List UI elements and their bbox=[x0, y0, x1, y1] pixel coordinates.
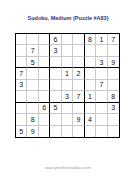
cell-r3c3-empty[interactable] bbox=[39, 57, 50, 68]
cell-r3c1-empty[interactable] bbox=[16, 57, 27, 68]
cell-r7c9-given: 3 bbox=[108, 103, 119, 114]
cell-r5c4-empty[interactable] bbox=[50, 80, 61, 91]
cell-r4c8-empty[interactable] bbox=[96, 68, 107, 79]
cell-r5c3-empty[interactable] bbox=[39, 80, 50, 91]
cell-r9c6-empty[interactable] bbox=[73, 126, 84, 137]
cell-r1c4-given: 6 bbox=[50, 34, 61, 45]
cell-r3c7-empty[interactable] bbox=[85, 57, 96, 68]
cell-r1c6-empty[interactable] bbox=[73, 34, 84, 45]
cell-r7c6-empty[interactable] bbox=[73, 103, 84, 114]
cell-r5c1-given: 3 bbox=[16, 80, 27, 91]
cell-r9c8-empty[interactable] bbox=[96, 126, 107, 137]
cell-r1c5-empty[interactable] bbox=[62, 34, 73, 45]
cell-r1c3-empty[interactable] bbox=[39, 34, 50, 45]
cell-r1c2-empty[interactable] bbox=[27, 34, 38, 45]
cell-r4c2-empty[interactable] bbox=[27, 68, 38, 79]
cell-r6c3-empty[interactable] bbox=[39, 91, 50, 102]
cell-r6c2-empty[interactable] bbox=[27, 91, 38, 102]
cell-r5c8-given: 7 bbox=[96, 80, 107, 91]
cell-r9c2-given: 9 bbox=[27, 126, 38, 137]
cell-r1c9-given: 7 bbox=[108, 34, 119, 45]
cell-r6c7-given: 1 bbox=[85, 91, 96, 102]
cell-r6c5-given: 3 bbox=[62, 91, 73, 102]
cell-r4c5-given: 1 bbox=[62, 68, 73, 79]
cell-r9c4-empty[interactable] bbox=[50, 126, 61, 137]
cell-r1c8-given: 1 bbox=[96, 34, 107, 45]
cell-r2c7-empty[interactable] bbox=[85, 45, 96, 56]
cell-r7c1-empty[interactable] bbox=[16, 103, 27, 114]
cell-r3c4-empty[interactable] bbox=[50, 57, 61, 68]
cell-r7c7-empty[interactable] bbox=[85, 103, 96, 114]
puzzle-title: Sudoku, Medium (Puzzle #A83) bbox=[0, 14, 136, 22]
cell-r3c6-empty[interactable] bbox=[73, 57, 84, 68]
cell-r8c6-given: 9 bbox=[73, 114, 84, 125]
cell-r7c4-given: 5 bbox=[50, 103, 61, 114]
cell-r7c3-given: 6 bbox=[39, 103, 50, 114]
cell-r4c3-empty[interactable] bbox=[39, 68, 50, 79]
cell-r2c2-given: 7 bbox=[27, 45, 38, 56]
cell-r4c1-given: 7 bbox=[16, 68, 27, 79]
cell-r4c7-empty[interactable] bbox=[85, 68, 96, 79]
cell-r2c5-empty[interactable] bbox=[62, 45, 73, 56]
cell-r2c9-empty[interactable] bbox=[108, 45, 119, 56]
cell-r4c9-empty[interactable] bbox=[108, 68, 119, 79]
cell-r8c2-given: 8 bbox=[27, 114, 38, 125]
cell-r8c7-given: 4 bbox=[85, 114, 96, 125]
cell-r7c5-empty[interactable] bbox=[62, 103, 73, 114]
cell-r6c1-empty[interactable] bbox=[16, 91, 27, 102]
cell-r2c4-given: 3 bbox=[50, 45, 61, 56]
cell-r5c7-empty[interactable] bbox=[85, 80, 96, 91]
sudoku-sheet: Sudoku, Medium (Puzzle #A83) 68177353971… bbox=[0, 0, 136, 176]
cell-r8c1-empty[interactable] bbox=[16, 114, 27, 125]
cell-r8c5-empty[interactable] bbox=[62, 114, 73, 125]
cell-r5c5-empty[interactable] bbox=[62, 80, 73, 91]
cell-r3c8-given: 3 bbox=[96, 57, 107, 68]
cell-r2c8-empty[interactable] bbox=[96, 45, 107, 56]
cell-r7c2-empty[interactable] bbox=[27, 103, 38, 114]
cell-r6c8-empty[interactable] bbox=[96, 91, 107, 102]
cell-r9c5-empty[interactable] bbox=[62, 126, 73, 137]
cell-r4c4-empty[interactable] bbox=[50, 68, 61, 79]
cell-r9c1-given: 5 bbox=[16, 126, 27, 137]
cell-r4c6-given: 2 bbox=[73, 68, 84, 79]
footer-url: www.printfreesudoku.com bbox=[0, 165, 136, 170]
cell-r3c2-given: 5 bbox=[27, 57, 38, 68]
cell-r9c9-empty[interactable] bbox=[108, 126, 119, 137]
cell-r2c1-empty[interactable] bbox=[16, 45, 27, 56]
cell-r8c9-empty[interactable] bbox=[108, 114, 119, 125]
cell-r5c9-empty[interactable] bbox=[108, 80, 119, 91]
cell-r3c5-empty[interactable] bbox=[62, 57, 73, 68]
cell-r8c4-empty[interactable] bbox=[50, 114, 61, 125]
cell-r3c9-given: 9 bbox=[108, 57, 119, 68]
cell-r9c7-empty[interactable] bbox=[85, 126, 96, 137]
cell-r8c8-empty[interactable] bbox=[96, 114, 107, 125]
sudoku-board: 68177353971237371865389459 bbox=[15, 33, 120, 138]
cell-r5c2-empty[interactable] bbox=[27, 80, 38, 91]
cell-r1c1-empty[interactable] bbox=[16, 34, 27, 45]
cell-r6c6-given: 7 bbox=[73, 91, 84, 102]
cell-r2c3-empty[interactable] bbox=[39, 45, 50, 56]
cell-r1c7-given: 8 bbox=[85, 34, 96, 45]
cell-r9c3-empty[interactable] bbox=[39, 126, 50, 137]
cell-r6c4-empty[interactable] bbox=[50, 91, 61, 102]
cell-r5c6-empty[interactable] bbox=[73, 80, 84, 91]
cell-r2c6-empty[interactable] bbox=[73, 45, 84, 56]
cell-r6c9-given: 8 bbox=[108, 91, 119, 102]
cell-r8c3-empty[interactable] bbox=[39, 114, 50, 125]
cell-r7c8-empty[interactable] bbox=[96, 103, 107, 114]
